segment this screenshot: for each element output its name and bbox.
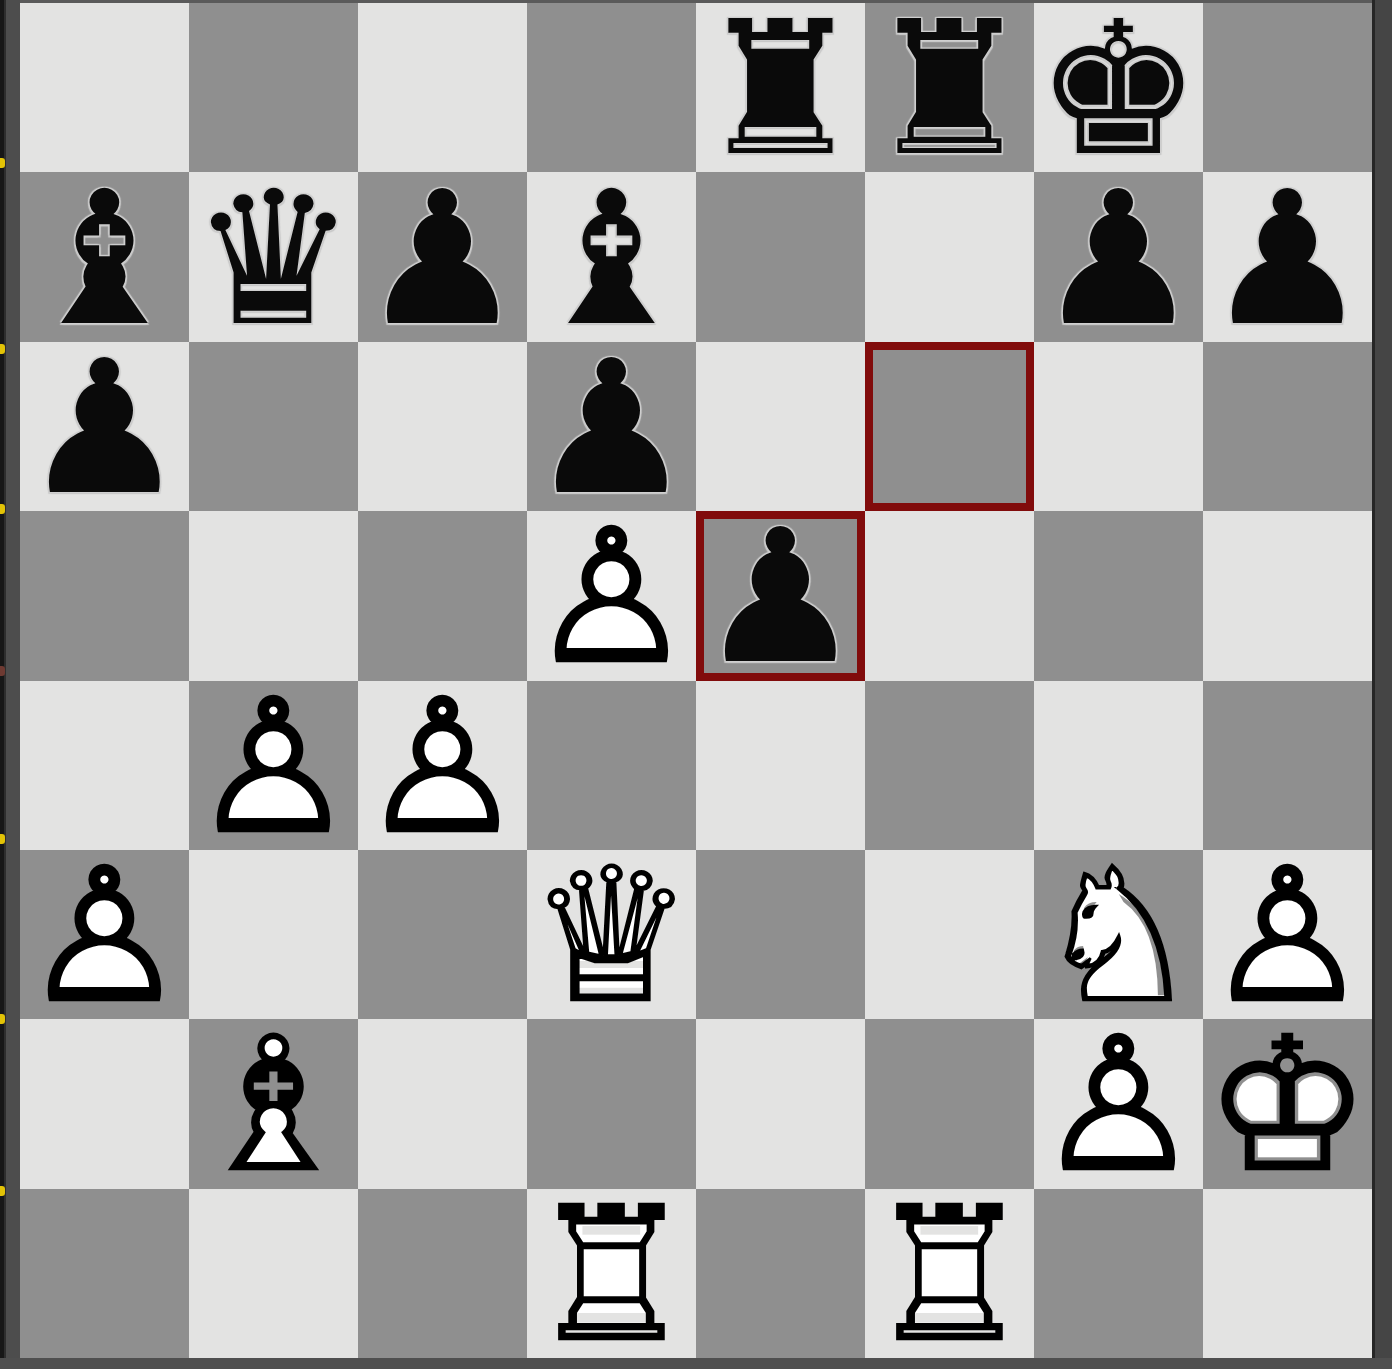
square-d2[interactable] [527, 1019, 696, 1188]
piece-white-queen-d3[interactable]: ♛♕ [529, 850, 695, 1019]
piece-black-rook-e8[interactable]: ♜ [698, 3, 864, 172]
square-b6[interactable] [189, 342, 358, 511]
black-pawn-icon: ♟ [1036, 172, 1202, 341]
square-e7[interactable] [696, 172, 865, 341]
square-a5[interactable] [20, 511, 189, 680]
square-d7[interactable]: ♝ [527, 172, 696, 341]
rank-label-fragment [0, 504, 5, 514]
rank-label-fragment [0, 344, 5, 354]
square-g2[interactable]: ♟♙ [1034, 1019, 1203, 1188]
chess-board: ♜♜♚♝♛♟♝♟♟♟♟♟♙♟♟♙♟♙♟♙♛♕♞♘♟♙♝♗♟♙♚♔♜♖♜♖ [20, 3, 1372, 1358]
piece-white-pawn-b4[interactable]: ♟♙ [191, 681, 357, 850]
piece-white-pawn-c4[interactable]: ♟♙ [360, 681, 526, 850]
black-pawn-icon: ♟ [529, 342, 695, 511]
square-h6[interactable] [1203, 342, 1372, 511]
piece-black-bishop-d7[interactable]: ♝ [529, 172, 695, 341]
square-f7[interactable] [865, 172, 1034, 341]
piece-white-rook-d1[interactable]: ♜♖ [529, 1189, 695, 1358]
piece-black-king-g8[interactable]: ♚ [1036, 3, 1202, 172]
piece-white-knight-g3[interactable]: ♞♘ [1036, 850, 1202, 1019]
square-e4[interactable] [696, 681, 865, 850]
black-pawn-icon: ♟ [1205, 172, 1371, 341]
square-c4[interactable]: ♟♙ [358, 681, 527, 850]
square-b2[interactable]: ♝♗ [189, 1019, 358, 1188]
square-e8[interactable]: ♜ [696, 3, 865, 172]
square-c2[interactable] [358, 1019, 527, 1188]
white-king-icon: ♔ [1205, 1019, 1371, 1188]
square-f3[interactable] [865, 850, 1034, 1019]
white-rook-icon: ♖ [529, 1189, 695, 1358]
rank-label-fragment [0, 1186, 5, 1196]
square-f4[interactable] [865, 681, 1034, 850]
piece-black-pawn-h7[interactable]: ♟ [1205, 172, 1371, 341]
black-king-icon: ♚ [1036, 3, 1202, 172]
piece-white-pawn-a3[interactable]: ♟♙ [22, 850, 188, 1019]
square-c3[interactable] [358, 850, 527, 1019]
square-g5[interactable] [1034, 511, 1203, 680]
white-pawn-icon: ♙ [191, 681, 357, 850]
square-e1[interactable] [696, 1189, 865, 1358]
square-g3[interactable]: ♞♘ [1034, 850, 1203, 1019]
piece-white-pawn-g2[interactable]: ♟♙ [1036, 1019, 1202, 1188]
square-d4[interactable] [527, 681, 696, 850]
piece-black-queen-b7[interactable]: ♛ [191, 172, 357, 341]
white-pawn-icon: ♙ [360, 681, 526, 850]
square-f5[interactable] [865, 511, 1034, 680]
square-c7[interactable]: ♟ [358, 172, 527, 341]
square-g1[interactable] [1034, 1189, 1203, 1358]
square-b3[interactable] [189, 850, 358, 1019]
white-pawn-icon: ♙ [1036, 1019, 1202, 1188]
square-g8[interactable]: ♚ [1034, 3, 1203, 172]
square-c8[interactable] [358, 3, 527, 172]
rank-label-fragment [0, 666, 5, 676]
square-f6[interactable] [865, 342, 1034, 511]
piece-black-bishop-a7[interactable]: ♝ [22, 172, 188, 341]
square-b5[interactable] [189, 511, 358, 680]
square-g7[interactable]: ♟ [1034, 172, 1203, 341]
square-a4[interactable] [20, 681, 189, 850]
rank-label-fragment [0, 158, 5, 168]
square-f1[interactable]: ♜♖ [865, 1189, 1034, 1358]
square-b4[interactable]: ♟♙ [189, 681, 358, 850]
square-h8[interactable] [1203, 3, 1372, 172]
white-pawn-icon: ♙ [22, 850, 188, 1019]
square-f8[interactable]: ♜ [865, 3, 1034, 172]
piece-black-pawn-g7[interactable]: ♟ [1036, 172, 1202, 341]
square-e2[interactable] [696, 1019, 865, 1188]
square-c1[interactable] [358, 1189, 527, 1358]
square-h5[interactable] [1203, 511, 1372, 680]
square-c5[interactable] [358, 511, 527, 680]
piece-white-bishop-b2[interactable]: ♝♗ [191, 1019, 357, 1188]
square-d6[interactable]: ♟ [527, 342, 696, 511]
piece-white-pawn-d5[interactable]: ♟♙ [529, 511, 695, 680]
piece-white-rook-f1[interactable]: ♜♖ [867, 1189, 1033, 1358]
piece-white-pawn-h3[interactable]: ♟♙ [1205, 850, 1371, 1019]
white-knight-icon: ♘ [1036, 850, 1202, 1019]
black-pawn-icon: ♟ [698, 511, 864, 680]
black-pawn-icon: ♟ [360, 172, 526, 341]
white-queen-icon: ♕ [529, 850, 695, 1019]
square-d8[interactable] [527, 3, 696, 172]
black-rook-icon: ♜ [698, 3, 864, 172]
square-h4[interactable] [1203, 681, 1372, 850]
black-rook-icon: ♜ [867, 3, 1033, 172]
square-b7[interactable]: ♛ [189, 172, 358, 341]
piece-black-pawn-e5[interactable]: ♟ [698, 511, 864, 680]
piece-black-pawn-d6[interactable]: ♟ [529, 342, 695, 511]
square-e5[interactable]: ♟ [696, 511, 865, 680]
square-d3[interactable]: ♛♕ [527, 850, 696, 1019]
square-a2[interactable] [20, 1019, 189, 1188]
piece-black-pawn-a6[interactable]: ♟ [22, 342, 188, 511]
square-f2[interactable] [865, 1019, 1034, 1188]
square-a7[interactable]: ♝ [20, 172, 189, 341]
rank-label-fragment [0, 1014, 5, 1024]
square-h7[interactable]: ♟ [1203, 172, 1372, 341]
square-a3[interactable]: ♟♙ [20, 850, 189, 1019]
right-edge-bar [1372, 0, 1392, 1369]
left-edge-bar [0, 0, 20, 1369]
square-c6[interactable] [358, 342, 527, 511]
square-a1[interactable] [20, 1189, 189, 1358]
black-bishop-icon: ♝ [22, 172, 188, 341]
square-e3[interactable] [696, 850, 865, 1019]
piece-white-king-h2[interactable]: ♚♔ [1205, 1019, 1371, 1188]
chess-app-screenshot: ♜♜♚♝♛♟♝♟♟♟♟♟♙♟♟♙♟♙♟♙♛♕♞♘♟♙♝♗♟♙♚♔♜♖♜♖ [0, 0, 1392, 1369]
bottom-edge-bar [0, 1358, 1392, 1369]
square-h1[interactable] [1203, 1189, 1372, 1358]
piece-black-rook-f8[interactable]: ♜ [867, 3, 1033, 172]
black-queen-icon: ♛ [191, 172, 357, 341]
piece-black-pawn-c7[interactable]: ♟ [360, 172, 526, 341]
square-g4[interactable] [1034, 681, 1203, 850]
square-h2[interactable]: ♚♔ [1203, 1019, 1372, 1188]
square-d5[interactable]: ♟♙ [527, 511, 696, 680]
white-pawn-icon: ♙ [1205, 850, 1371, 1019]
square-a8[interactable] [20, 3, 189, 172]
square-d1[interactable]: ♜♖ [527, 1189, 696, 1358]
white-rook-icon: ♖ [867, 1189, 1033, 1358]
black-pawn-icon: ♟ [22, 342, 188, 511]
rank-label-fragment [0, 834, 5, 844]
square-h3[interactable]: ♟♙ [1203, 850, 1372, 1019]
square-a6[interactable]: ♟ [20, 342, 189, 511]
square-b8[interactable] [189, 3, 358, 172]
square-e6[interactable] [696, 342, 865, 511]
square-g6[interactable] [1034, 342, 1203, 511]
square-b1[interactable] [189, 1189, 358, 1358]
white-pawn-icon: ♙ [529, 511, 695, 680]
white-bishop-icon: ♗ [191, 1019, 357, 1188]
black-bishop-icon: ♝ [529, 172, 695, 341]
